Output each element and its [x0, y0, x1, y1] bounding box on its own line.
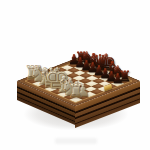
chess-set-photo: ♜♞♝♛♚♝♞♜♟♟♟♟♟♟♟♟♟♟♟♟♟♟♟♟♜♞♝♛♚♝♞♜ — [0, 0, 150, 150]
watermark — [55, 138, 97, 144]
